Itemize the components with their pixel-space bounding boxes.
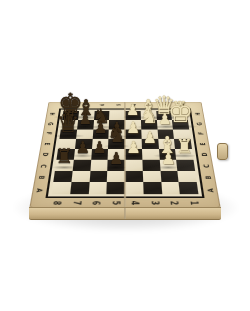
coord-right-F: F (192, 130, 210, 137)
piece-white-pawn-d4: ♟ (126, 140, 141, 156)
coord-right-C: C (197, 161, 217, 170)
clasp-latch (217, 143, 228, 160)
square-b6 (89, 171, 107, 183)
chess-product-photo: 87654321 87654321 ABCDEFGH ABCDEFGH ♚♝♟♝… (0, 0, 250, 311)
board-front-edge (29, 207, 221, 220)
square-a6 (88, 182, 107, 194)
square-b2 (160, 171, 179, 183)
piece-white-king-g1: ♚ (168, 98, 193, 126)
square-b5 (107, 171, 125, 183)
square-c1 (176, 160, 195, 171)
coord-left-A: A (29, 185, 50, 194)
piece-black-knight-e5: ♞ (107, 125, 126, 146)
square-a8 (52, 182, 72, 194)
coord-right-A: A (200, 185, 221, 194)
piece-black-rook-c8: ♜ (56, 147, 74, 167)
coord-right-E: E (193, 140, 212, 148)
square-a4 (125, 182, 143, 194)
square-b3 (143, 171, 161, 183)
piece-black-pawn-c5: ♟ (109, 151, 124, 168)
square-a7 (70, 182, 89, 194)
square-b1 (178, 171, 197, 183)
piece-black-pawn-d7: ♟ (75, 140, 90, 156)
coord-right-D: D (195, 150, 214, 158)
piece-white-pawn-e3: ♟ (143, 130, 157, 146)
square-a1 (179, 182, 199, 194)
piece-white-pawn-f4: ♟ (126, 121, 140, 137)
coord-back-5: 5 (111, 101, 122, 110)
square-a2 (161, 182, 180, 194)
coord-left-C: C (34, 161, 54, 170)
square-b7 (71, 171, 90, 183)
coord-left-D: D (36, 150, 55, 158)
coord-right-B: B (198, 173, 218, 182)
square-b4 (125, 171, 143, 183)
square-b8 (53, 171, 72, 183)
piece-black-pawn-f6: ♟ (94, 121, 108, 137)
piece-black-queen-f8: ♛ (56, 110, 79, 136)
piece-white-pawn-c2: ♟ (161, 151, 176, 168)
coord-left-E: E (38, 140, 57, 148)
square-a5 (107, 182, 125, 194)
front-edge-seam (124, 208, 126, 219)
piece-white-knight-g3: ♞ (140, 107, 158, 127)
piece-white-rook-d1: ♜ (176, 137, 193, 156)
square-c4 (125, 160, 143, 171)
square-a3 (143, 182, 162, 194)
coord-left-B: B (32, 173, 52, 182)
piece-black-pawn-d6: ♟ (92, 140, 107, 156)
